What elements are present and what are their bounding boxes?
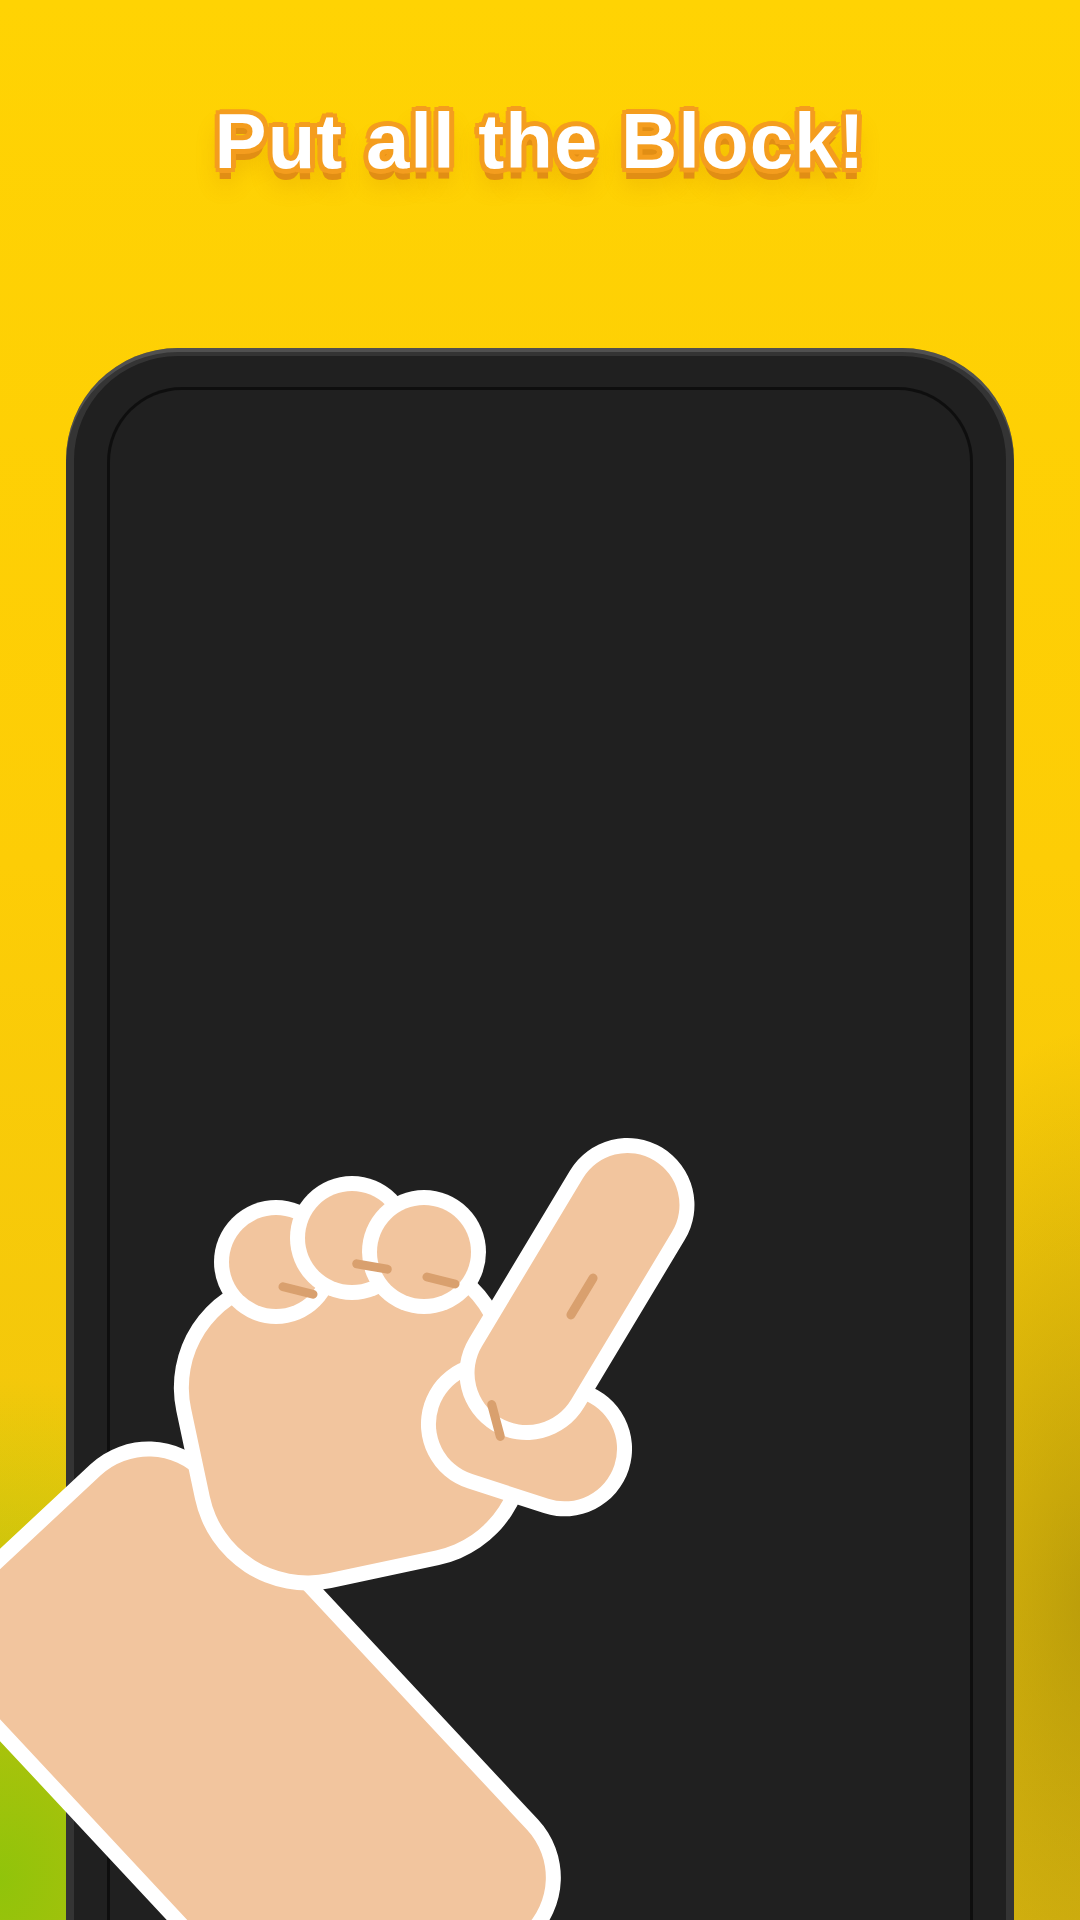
board-cell-r2c6-E[interactable] bbox=[669, 872, 747, 950]
bottom-banner-edge bbox=[112, 1904, 962, 1920]
level-indicator: 1-77 bbox=[228, 406, 340, 490]
board-cell-r1c2-Y bbox=[317, 784, 395, 862]
board-cell-r2c4-E[interactable] bbox=[493, 872, 571, 950]
board-cell-r5c2-G bbox=[317, 1136, 395, 1214]
board-cell-r2c7-P bbox=[757, 872, 835, 950]
tray-piece-purple-s-tetromino[interactable] bbox=[606, 1645, 738, 1845]
chevron-left-icon bbox=[143, 415, 181, 481]
board-cell-r1c3-Y bbox=[405, 784, 483, 862]
board-cell-r1c7-P bbox=[757, 784, 835, 862]
tray-piece-cell bbox=[778, 1645, 842, 1709]
tray-piece-cell bbox=[260, 1782, 324, 1846]
tray-piece-cell bbox=[606, 1713, 670, 1777]
tray-piece-cell bbox=[260, 1714, 324, 1778]
board-cell-r2c3-Y bbox=[405, 872, 483, 950]
tray-piece-cell bbox=[606, 1781, 670, 1845]
hint-bulb-badge[interactable] bbox=[582, 394, 676, 494]
game-header: 1-77 999 + bbox=[112, 392, 962, 506]
tray-piece-cell bbox=[458, 1714, 522, 1778]
tray-piece-cell bbox=[778, 1713, 842, 1777]
board-cell-r4c1-O bbox=[229, 1048, 307, 1126]
board-cell-r1c5-P bbox=[581, 784, 659, 862]
board-cell-r3c3-E[interactable] bbox=[405, 960, 483, 1038]
lightbulb-icon bbox=[606, 413, 652, 475]
tray-piece-cell bbox=[846, 1713, 910, 1777]
board-cell-r1c6-P bbox=[669, 784, 747, 862]
back-button[interactable] bbox=[138, 412, 186, 484]
board-cell-r3c2-O bbox=[317, 960, 395, 1038]
tray-piece-cell bbox=[674, 1713, 738, 1777]
tray-piece-red-t-tetromino[interactable] bbox=[778, 1645, 910, 1845]
tray-piece-cell bbox=[674, 1645, 738, 1709]
gear-icon bbox=[860, 414, 916, 474]
tray-piece-cell bbox=[458, 1782, 522, 1846]
ad-screenshot: Put all the Block! 1-77 999 + bbox=[0, 0, 1080, 1920]
blocked-cell-circle bbox=[415, 1146, 473, 1204]
tray-piece-blue-square-tetromino[interactable] bbox=[390, 1714, 522, 1846]
tray-piece-pink-corner-tromino[interactable] bbox=[192, 1714, 324, 1846]
board-cell-r2c5-E[interactable] bbox=[581, 872, 659, 950]
phone-screen: 1-77 999 + bbox=[112, 392, 962, 1920]
tray-piece-cell bbox=[390, 1782, 454, 1846]
board-cell-r2c2-O bbox=[317, 872, 395, 950]
blocked-cell-circle bbox=[591, 1322, 649, 1380]
board-cell-r1c1-Y bbox=[229, 784, 307, 862]
board-cell-r5c3-X bbox=[405, 1136, 483, 1214]
settings-button[interactable] bbox=[844, 400, 932, 488]
tray-piece-cell bbox=[778, 1781, 842, 1845]
board-cell-r7c5-X bbox=[581, 1312, 659, 1390]
tray-piece-cell bbox=[192, 1714, 256, 1778]
tray-piece-cell bbox=[390, 1714, 454, 1778]
board-cell-r7c4-G bbox=[493, 1312, 571, 1390]
page-title: Put all the Block! bbox=[0, 96, 1080, 187]
hints-count-label: 999 + bbox=[704, 420, 815, 470]
hints-counter-button[interactable]: 999 + bbox=[652, 408, 820, 482]
board-cell-r4c3-E[interactable] bbox=[405, 1048, 483, 1126]
board-cell-r4c2-O bbox=[317, 1048, 395, 1126]
board-cell-r5c4-E[interactable] bbox=[493, 1136, 571, 1214]
